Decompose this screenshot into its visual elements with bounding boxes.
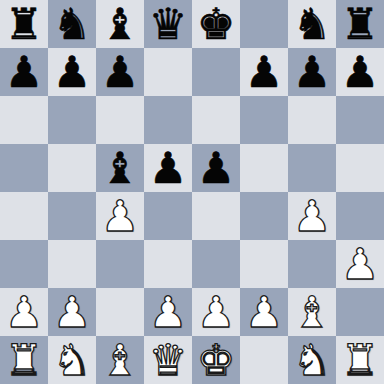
piece-black-queen[interactable]: ♛ bbox=[149, 0, 188, 48]
piece-black-pawn[interactable]: ♟ bbox=[197, 144, 236, 192]
square-a3[interactable] bbox=[0, 240, 48, 288]
square-e4[interactable] bbox=[192, 192, 240, 240]
square-f2[interactable]: ♟ bbox=[240, 288, 288, 336]
piece-black-bishop[interactable]: ♝ bbox=[101, 0, 140, 48]
square-h8[interactable]: ♜ bbox=[336, 0, 384, 48]
square-b4[interactable] bbox=[48, 192, 96, 240]
square-g8[interactable]: ♞ bbox=[288, 0, 336, 48]
square-d6[interactable] bbox=[144, 96, 192, 144]
square-h4[interactable] bbox=[336, 192, 384, 240]
square-f6[interactable] bbox=[240, 96, 288, 144]
square-h5[interactable] bbox=[336, 144, 384, 192]
piece-black-pawn[interactable]: ♟ bbox=[293, 48, 332, 96]
piece-white-bishop[interactable]: ♝ bbox=[101, 336, 140, 384]
square-g6[interactable] bbox=[288, 96, 336, 144]
piece-white-queen[interactable]: ♛ bbox=[149, 336, 188, 384]
square-a6[interactable] bbox=[0, 96, 48, 144]
square-h7[interactable]: ♟ bbox=[336, 48, 384, 96]
piece-white-pawn[interactable]: ♟ bbox=[341, 240, 380, 288]
square-b8[interactable]: ♞ bbox=[48, 0, 96, 48]
square-b1[interactable]: ♞ bbox=[48, 336, 96, 384]
square-g2[interactable]: ♝ bbox=[288, 288, 336, 336]
square-e7[interactable] bbox=[192, 48, 240, 96]
square-b6[interactable] bbox=[48, 96, 96, 144]
piece-black-king[interactable]: ♚ bbox=[197, 0, 236, 48]
piece-black-pawn[interactable]: ♟ bbox=[149, 144, 188, 192]
piece-black-pawn[interactable]: ♟ bbox=[245, 48, 284, 96]
piece-white-pawn[interactable]: ♟ bbox=[5, 288, 44, 336]
square-a5[interactable] bbox=[0, 144, 48, 192]
square-b7[interactable]: ♟ bbox=[48, 48, 96, 96]
square-e5[interactable]: ♟ bbox=[192, 144, 240, 192]
square-f7[interactable]: ♟ bbox=[240, 48, 288, 96]
piece-black-pawn[interactable]: ♟ bbox=[101, 48, 140, 96]
square-c3[interactable] bbox=[96, 240, 144, 288]
square-b2[interactable]: ♟ bbox=[48, 288, 96, 336]
piece-black-knight[interactable]: ♞ bbox=[293, 0, 332, 48]
square-f5[interactable] bbox=[240, 144, 288, 192]
square-d5[interactable]: ♟ bbox=[144, 144, 192, 192]
square-c5[interactable]: ♝ bbox=[96, 144, 144, 192]
square-a4[interactable] bbox=[0, 192, 48, 240]
square-f8[interactable] bbox=[240, 0, 288, 48]
square-h1[interactable]: ♜ bbox=[336, 336, 384, 384]
square-f3[interactable] bbox=[240, 240, 288, 288]
piece-white-pawn[interactable]: ♟ bbox=[53, 288, 92, 336]
square-g3[interactable] bbox=[288, 240, 336, 288]
square-a1[interactable]: ♜ bbox=[0, 336, 48, 384]
piece-white-rook[interactable]: ♜ bbox=[341, 336, 380, 384]
piece-white-knight[interactable]: ♞ bbox=[293, 336, 332, 384]
chess-board: ♜♞♝♛♚♞♜♟♟♟♟♟♟♝♟♟♟♟♟♟♟♟♟♟♝♜♞♝♛♚♞♜ bbox=[0, 0, 384, 384]
square-d2[interactable]: ♟ bbox=[144, 288, 192, 336]
square-c1[interactable]: ♝ bbox=[96, 336, 144, 384]
square-d4[interactable] bbox=[144, 192, 192, 240]
square-h3[interactable]: ♟ bbox=[336, 240, 384, 288]
square-g7[interactable]: ♟ bbox=[288, 48, 336, 96]
piece-white-pawn[interactable]: ♟ bbox=[293, 192, 332, 240]
square-g5[interactable] bbox=[288, 144, 336, 192]
piece-white-pawn[interactable]: ♟ bbox=[101, 192, 140, 240]
square-c8[interactable]: ♝ bbox=[96, 0, 144, 48]
square-e2[interactable]: ♟ bbox=[192, 288, 240, 336]
square-d7[interactable] bbox=[144, 48, 192, 96]
piece-black-pawn[interactable]: ♟ bbox=[341, 48, 380, 96]
piece-white-pawn[interactable]: ♟ bbox=[197, 288, 236, 336]
piece-black-rook[interactable]: ♜ bbox=[341, 0, 380, 48]
piece-black-pawn[interactable]: ♟ bbox=[5, 48, 44, 96]
square-b3[interactable] bbox=[48, 240, 96, 288]
piece-white-pawn[interactable]: ♟ bbox=[149, 288, 188, 336]
square-f1[interactable] bbox=[240, 336, 288, 384]
square-h6[interactable] bbox=[336, 96, 384, 144]
piece-white-king[interactable]: ♚ bbox=[197, 336, 236, 384]
square-e1[interactable]: ♚ bbox=[192, 336, 240, 384]
piece-white-rook[interactable]: ♜ bbox=[5, 336, 44, 384]
square-c2[interactable] bbox=[96, 288, 144, 336]
square-e3[interactable] bbox=[192, 240, 240, 288]
square-h2[interactable] bbox=[336, 288, 384, 336]
square-d8[interactable]: ♛ bbox=[144, 0, 192, 48]
square-a2[interactable]: ♟ bbox=[0, 288, 48, 336]
square-c7[interactable]: ♟ bbox=[96, 48, 144, 96]
piece-white-bishop[interactable]: ♝ bbox=[293, 288, 332, 336]
square-e6[interactable] bbox=[192, 96, 240, 144]
square-d1[interactable]: ♛ bbox=[144, 336, 192, 384]
square-g4[interactable]: ♟ bbox=[288, 192, 336, 240]
square-d3[interactable] bbox=[144, 240, 192, 288]
piece-black-knight[interactable]: ♞ bbox=[53, 0, 92, 48]
piece-white-knight[interactable]: ♞ bbox=[53, 336, 92, 384]
piece-black-bishop[interactable]: ♝ bbox=[101, 144, 140, 192]
piece-black-pawn[interactable]: ♟ bbox=[53, 48, 92, 96]
square-a8[interactable]: ♜ bbox=[0, 0, 48, 48]
square-b5[interactable] bbox=[48, 144, 96, 192]
square-e8[interactable]: ♚ bbox=[192, 0, 240, 48]
square-c4[interactable]: ♟ bbox=[96, 192, 144, 240]
square-c6[interactable] bbox=[96, 96, 144, 144]
piece-black-rook[interactable]: ♜ bbox=[5, 0, 44, 48]
square-g1[interactable]: ♞ bbox=[288, 336, 336, 384]
square-a7[interactable]: ♟ bbox=[0, 48, 48, 96]
square-f4[interactable] bbox=[240, 192, 288, 240]
piece-white-pawn[interactable]: ♟ bbox=[245, 288, 284, 336]
